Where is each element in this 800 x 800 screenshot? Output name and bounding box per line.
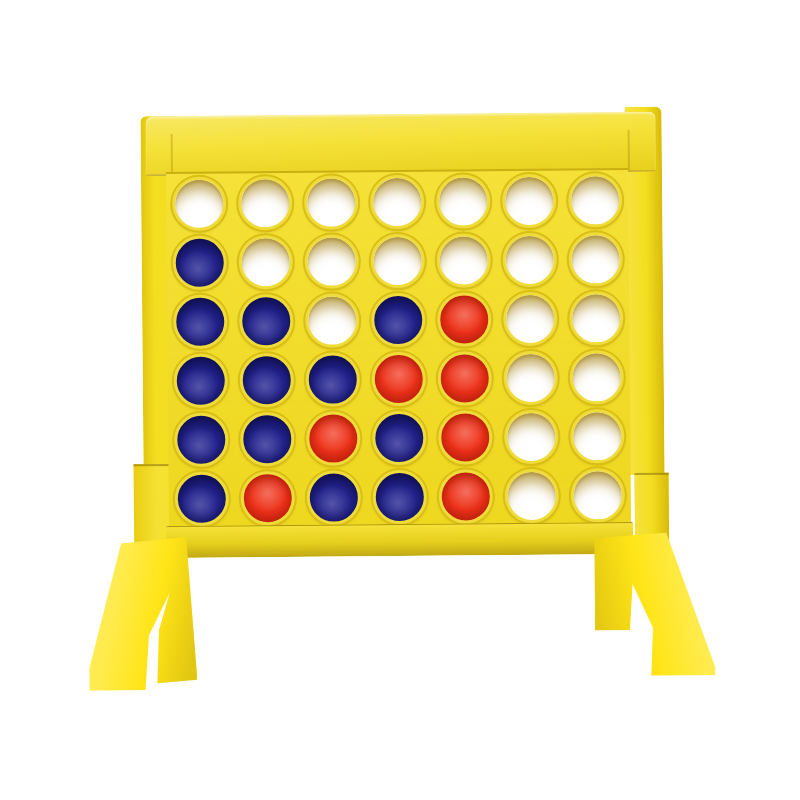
blue-disc xyxy=(174,412,228,466)
empty-hole xyxy=(503,291,557,345)
cell-r5c7[interactable] xyxy=(564,406,631,466)
top-rail xyxy=(145,112,656,176)
cell-r4c3[interactable] xyxy=(300,349,367,409)
cell-r4c1[interactable] xyxy=(168,350,235,410)
empty-hole xyxy=(370,174,424,228)
empty-hole xyxy=(172,176,226,230)
cell-r2c6[interactable] xyxy=(496,230,563,290)
blue-disc xyxy=(173,235,227,289)
product-photo xyxy=(0,0,800,800)
top-rail-seam-left xyxy=(171,134,173,174)
blue-disc xyxy=(173,294,227,348)
cell-r4c6[interactable] xyxy=(498,348,565,408)
empty-hole xyxy=(505,468,559,522)
empty-hole xyxy=(371,233,425,287)
blue-disc xyxy=(240,411,294,465)
red-disc xyxy=(439,469,493,523)
cell-r1c5[interactable] xyxy=(430,171,497,231)
empty-hole xyxy=(436,174,490,228)
blue-disc xyxy=(373,469,427,523)
cell-r5c3[interactable] xyxy=(300,408,367,468)
cell-r2c3[interactable] xyxy=(298,231,365,291)
cell-r3c4[interactable] xyxy=(365,290,432,350)
empty-hole xyxy=(570,409,624,463)
bottom-rail xyxy=(166,522,633,558)
blue-disc xyxy=(371,292,425,346)
cell-r5c5[interactable] xyxy=(432,407,499,467)
board-face xyxy=(166,168,631,528)
cell-r5c6[interactable] xyxy=(498,407,565,467)
empty-hole xyxy=(238,175,292,229)
empty-hole xyxy=(568,232,622,286)
red-disc xyxy=(241,470,295,524)
empty-hole xyxy=(502,232,556,286)
empty-hole xyxy=(568,173,622,227)
blue-disc xyxy=(175,471,229,525)
left-leg xyxy=(86,535,207,706)
red-disc xyxy=(438,351,492,405)
cell-r2c5[interactable] xyxy=(430,230,497,290)
empty-hole xyxy=(504,350,558,404)
empty-hole xyxy=(437,233,491,287)
cell-r5c1[interactable] xyxy=(168,409,235,469)
cell-r2c2[interactable] xyxy=(232,232,299,292)
cell-r6c5[interactable] xyxy=(433,466,500,526)
blue-disc xyxy=(306,352,360,406)
empty-hole xyxy=(502,173,556,227)
cell-r3c3[interactable] xyxy=(299,290,366,350)
red-disc xyxy=(372,351,426,405)
right-leg xyxy=(586,527,722,688)
cell-r4c2[interactable] xyxy=(234,350,301,410)
blue-disc xyxy=(307,470,361,524)
red-disc xyxy=(437,292,491,346)
cell-r3c5[interactable] xyxy=(431,289,498,349)
cell-r6c1[interactable] xyxy=(169,468,236,528)
cell-r2c4[interactable] xyxy=(364,231,431,291)
cell-r1c3[interactable] xyxy=(298,172,365,232)
cell-r2c1[interactable] xyxy=(166,232,233,292)
blue-disc xyxy=(239,293,293,347)
empty-hole xyxy=(239,234,293,288)
connect-four-stand xyxy=(82,102,723,708)
cell-r6c4[interactable] xyxy=(367,467,434,527)
cell-r6c6[interactable] xyxy=(499,466,566,526)
top-rail-seam-right xyxy=(628,130,630,170)
cell-r3c1[interactable] xyxy=(167,291,234,351)
cell-r5c2[interactable] xyxy=(234,409,301,469)
blue-disc xyxy=(240,352,294,406)
cell-r4c5[interactable] xyxy=(432,348,499,408)
empty-hole xyxy=(504,409,558,463)
cell-r1c2[interactable] xyxy=(232,173,299,233)
red-disc xyxy=(438,410,492,464)
empty-hole xyxy=(304,175,358,229)
cell-r1c4[interactable] xyxy=(364,172,431,232)
cell-r6c2[interactable] xyxy=(235,468,302,528)
empty-hole xyxy=(571,468,625,522)
cell-r3c7[interactable] xyxy=(563,288,630,348)
cell-r2c7[interactable] xyxy=(562,229,629,289)
cell-r1c1[interactable] xyxy=(166,173,233,233)
cell-r4c4[interactable] xyxy=(366,349,433,409)
cell-r1c6[interactable] xyxy=(496,171,563,231)
red-disc xyxy=(306,411,360,465)
cell-r4c7[interactable] xyxy=(564,347,631,407)
cell-r3c2[interactable] xyxy=(233,291,300,351)
empty-hole xyxy=(569,291,623,345)
cell-r3c6[interactable] xyxy=(497,289,564,349)
blue-disc xyxy=(372,410,426,464)
empty-hole xyxy=(305,234,359,288)
empty-hole xyxy=(305,293,359,347)
cell-r6c3[interactable] xyxy=(301,467,368,527)
cell-r1c7[interactable] xyxy=(562,170,629,230)
cell-r6c7[interactable] xyxy=(565,465,632,525)
blue-disc xyxy=(174,353,228,407)
empty-hole xyxy=(570,350,624,404)
cell-r5c4[interactable] xyxy=(366,408,433,468)
